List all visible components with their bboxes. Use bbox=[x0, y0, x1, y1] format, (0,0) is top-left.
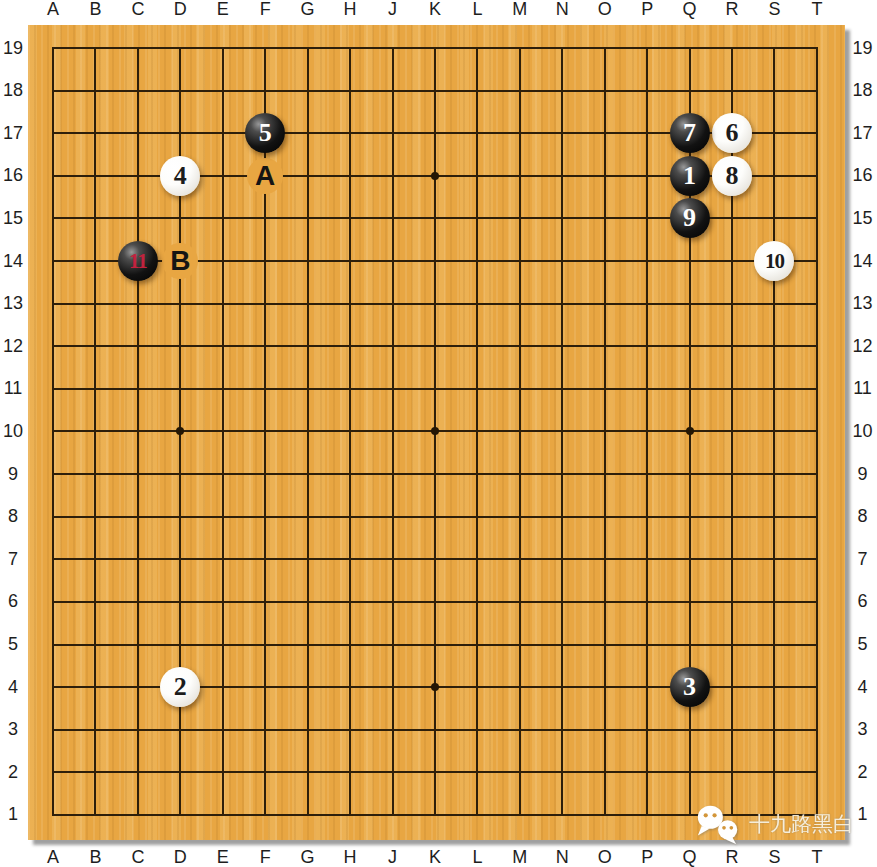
coord-right-16: 16 bbox=[849, 166, 876, 186]
coord-bottom-c: C bbox=[127, 847, 149, 867]
stone-white-4: 4 bbox=[160, 156, 200, 196]
coord-left-16: 16 bbox=[0, 166, 26, 186]
coord-right-19: 19 bbox=[849, 38, 876, 58]
coord-bottom-h: H bbox=[339, 847, 361, 867]
stone-number: 8 bbox=[726, 163, 739, 189]
coord-top-h: H bbox=[339, 0, 361, 19]
coord-top-a: A bbox=[42, 0, 64, 19]
coord-right-12: 12 bbox=[849, 336, 876, 356]
coord-left-5: 5 bbox=[0, 635, 26, 655]
grid-line-horizontal bbox=[52, 558, 818, 560]
coord-top-k: K bbox=[424, 0, 446, 19]
coord-right-6: 6 bbox=[849, 592, 876, 612]
coord-right-18: 18 bbox=[849, 81, 876, 101]
stone-black-11: 11 bbox=[118, 241, 158, 281]
coord-bottom-r: R bbox=[721, 847, 743, 867]
coord-bottom-o: O bbox=[594, 847, 616, 867]
coord-bottom-p: P bbox=[636, 847, 658, 867]
coord-top-m: M bbox=[509, 0, 531, 19]
coord-bottom-q: Q bbox=[679, 847, 701, 867]
coord-right-15: 15 bbox=[849, 208, 876, 228]
coord-left-8: 8 bbox=[0, 507, 26, 527]
coord-right-4: 4 bbox=[849, 677, 876, 697]
coord-top-q: Q bbox=[679, 0, 701, 19]
point-label-a: A bbox=[247, 158, 283, 194]
coord-top-p: P bbox=[636, 0, 658, 19]
coord-bottom-b: B bbox=[84, 847, 106, 867]
go-diagram-page: AABBCCDDEEFFGGHHJJKKLLMMNNOOPPQQRRSSTT19… bbox=[0, 0, 877, 867]
stone-number: 4 bbox=[174, 163, 187, 189]
grid-line-horizontal bbox=[52, 729, 818, 731]
coord-top-c: C bbox=[127, 0, 149, 19]
coord-left-4: 4 bbox=[0, 677, 26, 697]
star-point-k16 bbox=[431, 172, 439, 180]
coord-left-6: 6 bbox=[0, 592, 26, 612]
coord-bottom-e: E bbox=[212, 847, 234, 867]
stone-number: 10 bbox=[765, 251, 784, 272]
stone-number: 6 bbox=[726, 120, 739, 146]
grid-line-vertical bbox=[646, 47, 648, 816]
coord-bottom-m: M bbox=[509, 847, 531, 867]
coord-left-13: 13 bbox=[0, 294, 26, 314]
coord-left-17: 17 bbox=[0, 123, 26, 143]
stone-number: 9 bbox=[683, 205, 696, 231]
coord-bottom-f: F bbox=[254, 847, 276, 867]
coord-bottom-s: S bbox=[763, 847, 785, 867]
coord-top-s: S bbox=[763, 0, 785, 19]
coord-top-f: F bbox=[254, 0, 276, 19]
stone-black-7: 7 bbox=[670, 113, 710, 153]
coord-left-15: 15 bbox=[0, 208, 26, 228]
coord-top-j: J bbox=[382, 0, 404, 19]
coord-right-3: 3 bbox=[849, 720, 876, 740]
stone-black-9: 9 bbox=[670, 198, 710, 238]
grid-line-vertical bbox=[561, 47, 563, 816]
coord-right-8: 8 bbox=[849, 507, 876, 527]
grid-line-horizontal bbox=[52, 644, 818, 646]
grid-line-horizontal bbox=[52, 473, 818, 475]
coord-bottom-g: G bbox=[297, 847, 319, 867]
stone-black-1: 1 bbox=[670, 156, 710, 196]
coord-left-7: 7 bbox=[0, 549, 26, 569]
coord-left-12: 12 bbox=[0, 336, 26, 356]
watermark: 十九路黑白 bbox=[694, 800, 854, 848]
grid-line-horizontal bbox=[52, 516, 818, 518]
coord-bottom-a: A bbox=[42, 847, 64, 867]
coord-right-11: 11 bbox=[849, 379, 876, 399]
coord-top-e: E bbox=[212, 0, 234, 19]
coord-top-l: L bbox=[466, 0, 488, 19]
grid-line-horizontal bbox=[52, 601, 818, 603]
coord-left-10: 10 bbox=[0, 421, 26, 441]
coord-left-14: 14 bbox=[0, 251, 26, 271]
stone-number: 11 bbox=[129, 251, 147, 272]
stone-number: 7 bbox=[683, 120, 696, 146]
coord-right-7: 7 bbox=[849, 549, 876, 569]
coord-bottom-d: D bbox=[169, 847, 191, 867]
coord-left-18: 18 bbox=[0, 81, 26, 101]
coord-top-d: D bbox=[169, 0, 191, 19]
coord-left-9: 9 bbox=[0, 464, 26, 484]
coord-left-11: 11 bbox=[0, 379, 26, 399]
stone-white-8: 8 bbox=[712, 156, 752, 196]
coord-bottom-n: N bbox=[551, 847, 573, 867]
coord-left-19: 19 bbox=[0, 38, 26, 58]
coord-right-2: 2 bbox=[849, 762, 876, 782]
grid-line-horizontal bbox=[52, 771, 818, 773]
grid-line-vertical bbox=[816, 47, 818, 816]
grid-line-vertical bbox=[519, 47, 521, 816]
coord-bottom-l: L bbox=[466, 847, 488, 867]
grid-line-vertical bbox=[604, 47, 606, 816]
coord-right-14: 14 bbox=[849, 251, 876, 271]
wechat-icon bbox=[694, 802, 744, 846]
watermark-text: 十九路黑白 bbox=[749, 810, 854, 838]
grid-line-vertical bbox=[476, 47, 478, 816]
coord-bottom-k: K bbox=[424, 847, 446, 867]
coord-left-3: 3 bbox=[0, 720, 26, 740]
stone-number: 2 bbox=[174, 674, 187, 700]
stone-number: 1 bbox=[683, 163, 696, 189]
coord-bottom-j: J bbox=[382, 847, 404, 867]
stone-number: 3 bbox=[683, 674, 696, 700]
coord-top-o: O bbox=[594, 0, 616, 19]
coord-left-1: 1 bbox=[0, 805, 26, 825]
grid-line-vertical bbox=[773, 47, 775, 816]
coord-top-t: T bbox=[806, 0, 828, 19]
coord-top-n: N bbox=[551, 0, 573, 19]
coord-top-r: R bbox=[721, 0, 743, 19]
stone-black-3: 3 bbox=[670, 667, 710, 707]
stone-white-6: 6 bbox=[712, 113, 752, 153]
coord-bottom-t: T bbox=[806, 847, 828, 867]
coord-right-5: 5 bbox=[849, 635, 876, 655]
coord-right-9: 9 bbox=[849, 464, 876, 484]
coord-top-b: B bbox=[84, 0, 106, 19]
coord-right-17: 17 bbox=[849, 123, 876, 143]
coord-top-g: G bbox=[297, 0, 319, 19]
coord-left-2: 2 bbox=[0, 762, 26, 782]
stone-number: 5 bbox=[259, 120, 272, 146]
coord-right-10: 10 bbox=[849, 421, 876, 441]
coord-right-13: 13 bbox=[849, 294, 876, 314]
